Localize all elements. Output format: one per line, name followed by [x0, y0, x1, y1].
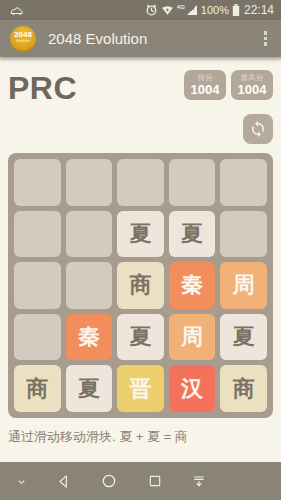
empty-cell — [66, 211, 113, 258]
status-bar: 4G 100% 22:14 — [0, 0, 281, 20]
tile-zhou: 周 — [220, 262, 267, 309]
best-score-value: 1004 — [238, 83, 267, 96]
recents-icon[interactable] — [147, 473, 163, 489]
empty-cell — [220, 211, 267, 258]
best-score-box: 最高分 1004 — [231, 70, 273, 100]
empty-cell — [14, 159, 61, 206]
tile-shang: 商 — [220, 365, 267, 412]
tile-xia: 夏 — [169, 211, 216, 258]
empty-cell — [14, 211, 61, 258]
empty-cell — [220, 159, 267, 206]
app-title: 2048 Evolution — [48, 30, 260, 47]
page-title: PRC — [8, 70, 77, 106]
header-row: PRC 得分 1004 最高分 1004 — [8, 57, 273, 106]
phone-screen: 4G 100% 22:14 2048 Evolution 2048 Evolut… — [0, 0, 281, 500]
home-icon[interactable] — [100, 472, 118, 490]
tile-xia: 夏 — [220, 314, 267, 361]
battery-icon — [232, 4, 240, 17]
app-logo-subtext: Evolution — [16, 40, 30, 44]
game-content: PRC 得分 1004 最高分 1004 夏夏商秦周秦夏周夏商夏晋汉商 通过滑动… — [0, 57, 281, 462]
empty-cell — [66, 159, 113, 206]
empty-cell — [14, 262, 61, 309]
app-bar: 2048 Evolution 2048 Evolution — [0, 20, 281, 57]
battery-percent-label: 100% — [201, 4, 229, 16]
score-boxes: 得分 1004 最高分 1004 — [184, 70, 273, 100]
clock-label: 22:14 — [244, 3, 274, 17]
tile-shang: 商 — [117, 262, 164, 309]
back-icon[interactable] — [55, 473, 72, 490]
collapse-chevron-icon[interactable] — [16, 476, 27, 487]
refresh-row — [8, 114, 273, 144]
cellular-signal-icon: 4G — [177, 4, 198, 16]
empty-cell — [117, 159, 164, 206]
wifi-icon — [161, 5, 174, 16]
tile-qin: 秦 — [169, 262, 216, 309]
score-value: 1004 — [191, 83, 220, 96]
tile-zhou: 周 — [169, 314, 216, 361]
tile-xia: 夏 — [66, 365, 113, 412]
overflow-menu-icon[interactable] — [260, 27, 272, 50]
empty-cell — [14, 314, 61, 361]
tile-shang: 商 — [14, 365, 61, 412]
network-type-label: 4G — [177, 4, 185, 10]
navigation-bar — [0, 462, 281, 500]
tile-qin: 秦 — [66, 314, 113, 361]
best-score-label: 最高分 — [241, 74, 264, 82]
tile-xia: 夏 — [117, 211, 164, 258]
tile-han: 汉 — [169, 365, 216, 412]
refresh-icon — [249, 120, 267, 138]
hint-text: 通过滑动移动滑块. 夏 + 夏 = 商 — [8, 428, 273, 446]
empty-cell — [169, 159, 216, 206]
notification-icon — [10, 5, 23, 15]
score-label: 得分 — [198, 74, 213, 82]
alarm-clock-icon — [145, 4, 158, 17]
app-logo-text: 2048 — [14, 31, 32, 39]
tile-xia: 夏 — [117, 314, 164, 361]
hide-navbar-icon[interactable] — [191, 473, 207, 489]
board[interactable]: 夏夏商秦周秦夏周夏商夏晋汉商 — [8, 153, 273, 418]
restart-button[interactable] — [243, 114, 273, 144]
score-box: 得分 1004 — [184, 70, 226, 100]
empty-cell — [66, 262, 113, 309]
app-logo-icon: 2048 Evolution — [10, 26, 36, 52]
tile-jin: 晋 — [117, 365, 164, 412]
